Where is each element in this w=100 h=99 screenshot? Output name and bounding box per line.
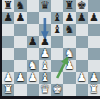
square-h1[interactable]: ♜ <box>88 84 100 96</box>
square-c2[interactable]: ♟ <box>27 72 39 84</box>
square-g5[interactable] <box>76 36 88 48</box>
square-a7[interactable]: ♟ <box>2 12 14 24</box>
black-queen[interactable]: ♛ <box>40 0 50 12</box>
square-g4[interactable] <box>76 48 88 60</box>
square-g7[interactable]: ♟ <box>76 12 88 24</box>
white-pawn[interactable]: ♟ <box>15 72 25 84</box>
square-b2[interactable]: ♟ <box>14 72 26 84</box>
square-c8[interactable] <box>27 0 39 12</box>
square-e4[interactable] <box>51 48 63 60</box>
square-a4[interactable] <box>2 48 14 60</box>
black-bishop[interactable]: ♝ <box>52 24 62 36</box>
square-h5[interactable] <box>88 36 100 48</box>
white-rook[interactable]: ♜ <box>3 84 13 96</box>
square-b4[interactable] <box>14 48 26 60</box>
square-e3[interactable] <box>51 60 63 72</box>
square-a6[interactable] <box>2 24 14 36</box>
chess-app-frame: ♜♞♛♜♚♟♟♝♟♟♟♝♞♟♟♟♞♞♝♟♟♟♟♝♟♟♜♛♚♜ <box>0 0 100 99</box>
square-h4[interactable] <box>88 48 100 60</box>
square-a5[interactable] <box>2 36 14 48</box>
square-b6[interactable] <box>14 24 26 36</box>
white-queen[interactable]: ♛ <box>40 84 50 96</box>
square-f2[interactable] <box>63 72 75 84</box>
black-pawn[interactable]: ♟ <box>77 12 87 24</box>
square-b5[interactable] <box>14 36 26 48</box>
square-f6[interactable]: ♞ <box>63 24 75 36</box>
square-a1[interactable]: ♜ <box>2 84 14 96</box>
square-g2[interactable]: ♟ <box>76 72 88 84</box>
square-e1[interactable]: ♚ <box>51 84 63 96</box>
square-f3[interactable]: ♟ <box>63 60 75 72</box>
square-g1[interactable] <box>76 84 88 96</box>
square-e6[interactable]: ♝ <box>51 24 63 36</box>
square-g6[interactable] <box>76 24 88 36</box>
square-f1[interactable] <box>63 84 75 96</box>
black-pawn[interactable]: ♟ <box>15 12 25 24</box>
white-pawn[interactable]: ♟ <box>64 60 74 72</box>
white-king[interactable]: ♚ <box>52 84 62 96</box>
square-h6[interactable] <box>88 24 100 36</box>
black-knight[interactable]: ♞ <box>64 24 74 36</box>
square-b1[interactable] <box>14 84 26 96</box>
square-e5[interactable] <box>51 36 63 48</box>
square-c7[interactable] <box>27 12 39 24</box>
square-h7[interactable]: ♟ <box>88 12 100 24</box>
square-c1[interactable] <box>27 84 39 96</box>
square-c5[interactable]: ♟ <box>27 36 39 48</box>
square-d1[interactable]: ♛ <box>39 84 51 96</box>
white-rook[interactable]: ♜ <box>89 84 99 96</box>
black-pawn[interactable]: ♟ <box>28 36 38 48</box>
square-b7[interactable]: ♟ <box>14 12 26 24</box>
black-pawn[interactable]: ♟ <box>89 12 99 24</box>
square-d8[interactable]: ♛ <box>39 0 51 12</box>
black-pawn[interactable]: ♟ <box>3 12 13 24</box>
chess-board[interactable]: ♜♞♛♜♚♟♟♝♟♟♟♝♞♟♟♟♞♞♝♟♟♟♟♝♟♟♜♛♚♜ <box>2 0 100 96</box>
white-pawn[interactable]: ♟ <box>28 72 38 84</box>
square-d7[interactable] <box>39 12 51 24</box>
white-pawn[interactable]: ♟ <box>77 72 87 84</box>
